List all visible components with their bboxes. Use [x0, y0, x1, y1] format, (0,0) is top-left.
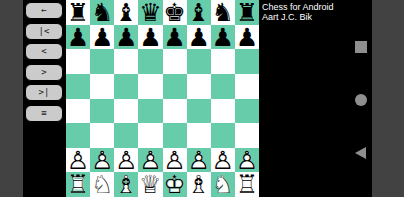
square-e8[interactable]: ♚: [163, 0, 187, 25]
square-f3[interactable]: [187, 123, 211, 148]
home-icon[interactable]: [355, 94, 367, 106]
black-piece-glyph: ♝: [187, 0, 209, 25]
piece-black-pawn[interactable]: ♟: [235, 25, 259, 50]
chess-board[interactable]: ♜♞♝♛♚♝♞♜♟♟♟♟♟♟♟♟♟♙♟♙♟♙♟♙♟♙♟♙♟♙♟♙♜♖♞♘♝♗♛♕…: [66, 0, 259, 197]
square-b6[interactable]: [90, 49, 114, 74]
piece-black-queen[interactable]: ♛: [138, 0, 162, 25]
square-f4[interactable]: [187, 99, 211, 124]
square-f2[interactable]: ♟♙: [187, 148, 211, 173]
square-c3[interactable]: [114, 123, 138, 148]
app-info-panel: Chess for Android Aart J.C. Bik: [259, 0, 372, 197]
step-forward-icon: >: [41, 68, 46, 77]
square-c5[interactable]: [114, 74, 138, 99]
square-e4[interactable]: [163, 99, 187, 124]
square-h7[interactable]: ♟: [235, 25, 259, 50]
square-h8[interactable]: ♜: [235, 0, 259, 25]
black-piece-glyph: ♜: [236, 0, 258, 25]
square-g2[interactable]: ♟♙: [211, 148, 235, 173]
square-e6[interactable]: [163, 49, 187, 74]
square-h6[interactable]: [235, 49, 259, 74]
square-c4[interactable]: [114, 99, 138, 124]
piece-white-pawn[interactable]: ♟♙: [163, 148, 187, 173]
square-d5[interactable]: [138, 74, 162, 99]
square-d6[interactable]: [138, 49, 162, 74]
black-piece-glyph: ♟: [163, 25, 185, 50]
jump-to-end-icon: >|: [39, 88, 50, 97]
square-f6[interactable]: [187, 49, 211, 74]
piece-white-bishop[interactable]: ♝♗: [187, 172, 211, 197]
black-piece-glyph: ♟: [139, 25, 161, 50]
square-a4[interactable]: [66, 99, 90, 124]
white-piece-outline: ♖: [67, 172, 89, 197]
square-g1[interactable]: ♞♘: [211, 172, 235, 197]
undo-arrow-icon: ←: [41, 6, 46, 15]
white-piece-outline: ♗: [187, 172, 209, 197]
white-piece-outline: ♙: [67, 148, 89, 173]
piece-black-pawn[interactable]: ♟: [90, 25, 114, 50]
white-piece-outline: ♖: [236, 172, 258, 197]
step-back-icon: <: [41, 47, 46, 56]
black-piece-glyph: ♟: [115, 25, 137, 50]
recents-icon[interactable]: [355, 41, 367, 53]
black-piece-glyph: ♜: [67, 0, 89, 25]
step-back-button[interactable]: <: [25, 43, 63, 60]
square-g8[interactable]: ♞: [211, 0, 235, 25]
piece-black-knight[interactable]: ♞: [90, 0, 114, 25]
square-h3[interactable]: [235, 123, 259, 148]
square-a7[interactable]: ♟: [66, 25, 90, 50]
white-piece-outline: ♔: [163, 172, 185, 197]
black-piece-glyph: ♟: [67, 25, 89, 50]
square-f1[interactable]: ♝♗: [187, 172, 211, 197]
piece-white-bishop[interactable]: ♝♗: [114, 172, 138, 197]
controls-panel: ← |< < > >| ≡: [23, 0, 66, 197]
piece-white-pawn[interactable]: ♟♙: [90, 148, 114, 173]
square-g6[interactable]: [211, 49, 235, 74]
white-piece-outline: ♙: [115, 148, 137, 173]
square-a5[interactable]: [66, 74, 90, 99]
piece-white-rook[interactable]: ♜♖: [66, 172, 90, 197]
black-piece-glyph: ♝: [115, 0, 137, 25]
square-g5[interactable]: [211, 74, 235, 99]
app-author: Aart J.C. Bik: [259, 12, 372, 22]
piece-black-king[interactable]: ♚: [163, 0, 187, 25]
square-d7[interactable]: ♟: [138, 25, 162, 50]
piece-black-pawn[interactable]: ♟: [163, 25, 187, 50]
square-a8[interactable]: ♜: [66, 0, 90, 25]
piece-black-bishop[interactable]: ♝: [114, 0, 138, 25]
square-e5[interactable]: [163, 74, 187, 99]
menu-button[interactable]: ≡: [25, 105, 63, 122]
white-piece-outline: ♙: [236, 148, 258, 173]
square-e1[interactable]: ♚♔: [163, 172, 187, 197]
square-b3[interactable]: [90, 123, 114, 148]
piece-white-queen[interactable]: ♛♕: [138, 172, 162, 197]
piece-black-pawn[interactable]: ♟: [138, 25, 162, 50]
square-f7[interactable]: ♟: [187, 25, 211, 50]
piece-black-pawn[interactable]: ♟: [187, 25, 211, 50]
piece-white-pawn[interactable]: ♟♙: [235, 148, 259, 173]
left-bezel: [0, 0, 23, 197]
square-d1[interactable]: ♛♕: [138, 172, 162, 197]
piece-black-pawn[interactable]: ♟: [114, 25, 138, 50]
piece-black-knight[interactable]: ♞: [211, 0, 235, 25]
step-forward-button[interactable]: >: [25, 64, 63, 81]
piece-black-pawn[interactable]: ♟: [66, 25, 90, 50]
square-e3[interactable]: [163, 123, 187, 148]
jump-to-start-icon: |<: [39, 27, 50, 36]
square-h1[interactable]: ♜♖: [235, 172, 259, 197]
square-a2[interactable]: ♟♙: [66, 148, 90, 173]
white-piece-outline: ♘: [91, 172, 113, 197]
square-b1[interactable]: ♞♘: [90, 172, 114, 197]
square-b2[interactable]: ♟♙: [90, 148, 114, 173]
black-piece-glyph: ♛: [139, 0, 161, 25]
app-title: Chess for Android: [259, 0, 372, 12]
black-piece-glyph: ♟: [212, 25, 234, 50]
square-d8[interactable]: ♛: [138, 0, 162, 25]
piece-white-pawn[interactable]: ♟♙: [138, 148, 162, 173]
black-piece-glyph: ♚: [163, 0, 185, 25]
piece-white-king[interactable]: ♚♔: [163, 172, 187, 197]
square-g3[interactable]: [211, 123, 235, 148]
square-c1[interactable]: ♝♗: [114, 172, 138, 197]
piece-black-bishop[interactable]: ♝: [187, 0, 211, 25]
square-g7[interactable]: ♟: [211, 25, 235, 50]
square-c7[interactable]: ♟: [114, 25, 138, 50]
square-b7[interactable]: ♟: [90, 25, 114, 50]
jump-to-end-button[interactable]: >|: [25, 84, 63, 101]
square-a1[interactable]: ♜♖: [66, 172, 90, 197]
black-piece-glyph: ♞: [91, 0, 113, 25]
piece-white-pawn[interactable]: ♟♙: [211, 148, 235, 173]
right-bezel: [372, 0, 404, 197]
square-h4[interactable]: [235, 99, 259, 124]
piece-black-rook[interactable]: ♜: [235, 0, 259, 25]
piece-white-rook[interactable]: ♜♖: [235, 172, 259, 197]
piece-white-knight[interactable]: ♞♘: [211, 172, 235, 197]
white-piece-outline: ♕: [139, 172, 161, 197]
piece-white-pawn[interactable]: ♟♙: [114, 148, 138, 173]
white-piece-outline: ♙: [163, 148, 185, 173]
white-piece-outline: ♗: [115, 172, 137, 197]
piece-white-pawn[interactable]: ♟♙: [187, 148, 211, 173]
square-f5[interactable]: [187, 74, 211, 99]
black-piece-glyph: ♞: [212, 0, 234, 25]
square-c6[interactable]: [114, 49, 138, 74]
piece-white-pawn[interactable]: ♟♙: [66, 148, 90, 173]
white-piece-outline: ♙: [91, 148, 113, 173]
square-e7[interactable]: ♟: [163, 25, 187, 50]
white-piece-outline: ♙: [212, 148, 234, 173]
white-piece-outline: ♙: [139, 148, 161, 173]
square-g4[interactable]: [211, 99, 235, 124]
square-b5[interactable]: [90, 74, 114, 99]
piece-black-pawn[interactable]: ♟: [211, 25, 235, 50]
white-piece-outline: ♘: [212, 172, 234, 197]
white-piece-outline: ♙: [187, 148, 209, 173]
hamburger-menu-icon: ≡: [41, 109, 46, 118]
square-h5[interactable]: [235, 74, 259, 99]
piece-white-knight[interactable]: ♞♘: [90, 172, 114, 197]
square-a3[interactable]: [66, 123, 90, 148]
black-piece-glyph: ♟: [91, 25, 113, 50]
square-c8[interactable]: ♝: [114, 0, 138, 25]
square-b8[interactable]: ♞: [90, 0, 114, 25]
device-screen: ← |< < > >| ≡ ♜♞♝♛♚♝♞♜♟♟♟♟♟♟♟♟♟♙♟♙♟♙♟♙♟♙…: [0, 0, 404, 197]
jump-to-start-button[interactable]: |<: [25, 23, 63, 40]
undo-button[interactable]: ←: [25, 2, 63, 19]
square-e2[interactable]: ♟♙: [163, 148, 187, 173]
square-c2[interactable]: ♟♙: [114, 148, 138, 173]
square-d4[interactable]: [138, 99, 162, 124]
square-d2[interactable]: ♟♙: [138, 148, 162, 173]
square-b4[interactable]: [90, 99, 114, 124]
back-icon[interactable]: [355, 147, 366, 159]
square-f8[interactable]: ♝: [187, 0, 211, 25]
square-a6[interactable]: [66, 49, 90, 74]
square-h2[interactable]: ♟♙: [235, 148, 259, 173]
black-piece-glyph: ♟: [236, 25, 258, 50]
black-piece-glyph: ♟: [187, 25, 209, 50]
piece-black-rook[interactable]: ♜: [66, 0, 90, 25]
square-d3[interactable]: [138, 123, 162, 148]
